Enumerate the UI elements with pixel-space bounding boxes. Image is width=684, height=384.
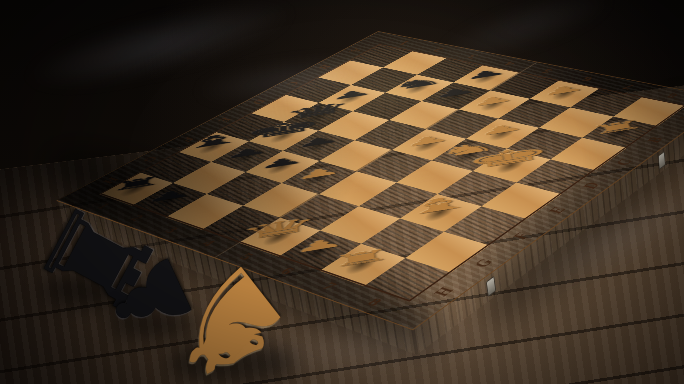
metal-clasp-icon [486, 276, 496, 297]
rank-label-far: 3 [465, 53, 482, 61]
file-label-near: G [470, 257, 498, 270]
rank-label-far: 7 [620, 83, 638, 92]
rank-label-far: 2 [430, 46, 447, 53]
rank-label-far: 8 [663, 91, 681, 100]
file-label-near: H [430, 285, 459, 299]
rank-label-far: 5 [539, 67, 556, 75]
file-label-near: C [612, 157, 637, 167]
file-label-near: E [545, 205, 571, 215]
file-label-near: B [643, 136, 667, 145]
rank-label-near: 4 [197, 237, 219, 249]
chess-photo-scene: 1122334455667788HHGGFFEEDDCCBBAA ♜♟♝♟♚♛♟… [0, 0, 684, 384]
rank-label-near: 7 [318, 280, 341, 293]
rank-label-near: 8 [362, 295, 386, 309]
file-label-near: A [673, 114, 684, 123]
file-label-near: D [579, 181, 605, 191]
metal-clasp-icon [658, 151, 665, 170]
file-label-near: F [509, 231, 534, 242]
rank-label-far: 1 [396, 39, 413, 46]
